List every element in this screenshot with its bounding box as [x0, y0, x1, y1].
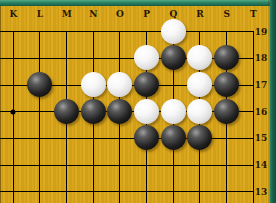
white-stone-R17 — [187, 72, 212, 97]
point-S16[interactable] — [213, 98, 240, 125]
point-M13[interactable] — [53, 178, 80, 203]
point-M14[interactable] — [53, 151, 80, 178]
point-L16[interactable] — [27, 98, 54, 125]
board-surface[interactable] — [0, 18, 267, 203]
point-O13[interactable] — [107, 178, 134, 203]
point-T19[interactable] — [240, 18, 267, 45]
black-stone-P15 — [134, 125, 159, 150]
point-T14[interactable] — [240, 151, 267, 178]
point-K18[interactable] — [0, 45, 27, 72]
point-S15[interactable] — [213, 125, 240, 152]
point-L18[interactable] — [27, 45, 54, 72]
point-N19[interactable] — [80, 18, 107, 45]
point-L14[interactable] — [27, 151, 54, 178]
point-Q15[interactable] — [160, 125, 187, 152]
white-stone-R18 — [187, 45, 212, 70]
black-stone-L17 — [27, 72, 52, 97]
point-K14[interactable] — [0, 151, 27, 178]
point-R13[interactable] — [187, 178, 214, 203]
point-P18[interactable] — [133, 45, 160, 72]
point-T17[interactable] — [240, 71, 267, 98]
white-stone-Q19 — [161, 19, 186, 44]
point-Q18[interactable] — [160, 45, 187, 72]
point-R16[interactable] — [187, 98, 214, 125]
point-P13[interactable] — [133, 178, 160, 203]
black-stone-M16 — [54, 99, 79, 124]
point-R14[interactable] — [187, 151, 214, 178]
point-L13[interactable] — [27, 178, 54, 203]
point-T15[interactable] — [240, 125, 267, 152]
point-S13[interactable] — [213, 178, 240, 203]
point-O18[interactable] — [107, 45, 134, 72]
point-T16[interactable] — [240, 98, 267, 125]
point-N16[interactable] — [80, 98, 107, 125]
point-L17[interactable] — [27, 71, 54, 98]
point-K15[interactable] — [0, 125, 27, 152]
point-S18[interactable] — [213, 45, 240, 72]
point-P15[interactable] — [133, 125, 160, 152]
point-Q19[interactable] — [160, 18, 187, 45]
point-P19[interactable] — [133, 18, 160, 45]
point-K13[interactable] — [0, 178, 27, 203]
black-stone-R15 — [187, 125, 212, 150]
point-R19[interactable] — [187, 18, 214, 45]
black-stone-O16 — [107, 99, 132, 124]
point-K16[interactable] — [0, 98, 27, 125]
point-R15[interactable] — [187, 125, 214, 152]
point-N17[interactable] — [80, 71, 107, 98]
point-R17[interactable] — [187, 71, 214, 98]
black-stone-S16 — [214, 99, 239, 124]
go-board-screen: KLMNOPQRST19181716151413 — [0, 0, 276, 203]
point-T18[interactable] — [240, 45, 267, 72]
left-edge-line — [0, 6, 1, 203]
point-N13[interactable] — [80, 178, 107, 203]
white-stone-O17 — [107, 72, 132, 97]
point-Q17[interactable] — [160, 71, 187, 98]
black-stone-Q18 — [161, 45, 186, 70]
board-frame-top — [0, 0, 276, 6]
point-K17[interactable] — [0, 71, 27, 98]
point-K19[interactable] — [0, 18, 27, 45]
point-Q14[interactable] — [160, 151, 187, 178]
white-stone-N17 — [81, 72, 106, 97]
white-stone-P16 — [134, 99, 159, 124]
white-stone-R16 — [187, 99, 212, 124]
point-M19[interactable] — [53, 18, 80, 45]
point-M16[interactable] — [53, 98, 80, 125]
point-R18[interactable] — [187, 45, 214, 72]
point-N18[interactable] — [80, 45, 107, 72]
board-frame-right — [270, 0, 276, 203]
white-stone-P18 — [134, 45, 159, 70]
point-Q16[interactable] — [160, 98, 187, 125]
point-T13[interactable] — [240, 178, 267, 203]
black-stone-S17 — [214, 72, 239, 97]
point-P17[interactable] — [133, 71, 160, 98]
point-L19[interactable] — [27, 18, 54, 45]
point-P14[interactable] — [133, 151, 160, 178]
point-O15[interactable] — [107, 125, 134, 152]
point-N14[interactable] — [80, 151, 107, 178]
black-stone-Q15 — [161, 125, 186, 150]
point-N15[interactable] — [80, 125, 107, 152]
point-Q13[interactable] — [160, 178, 187, 203]
point-S17[interactable] — [213, 71, 240, 98]
point-M15[interactable] — [53, 125, 80, 152]
point-M18[interactable] — [53, 45, 80, 72]
white-stone-Q16 — [161, 99, 186, 124]
point-O16[interactable] — [107, 98, 134, 125]
black-stone-P17 — [134, 72, 159, 97]
point-O17[interactable] — [107, 71, 134, 98]
point-O14[interactable] — [107, 151, 134, 178]
black-stone-S18 — [214, 45, 239, 70]
point-M17[interactable] — [53, 71, 80, 98]
point-S19[interactable] — [213, 18, 240, 45]
point-S14[interactable] — [213, 151, 240, 178]
point-O19[interactable] — [107, 18, 134, 45]
black-stone-N16 — [81, 99, 106, 124]
point-L15[interactable] — [27, 125, 54, 152]
point-P16[interactable] — [133, 98, 160, 125]
